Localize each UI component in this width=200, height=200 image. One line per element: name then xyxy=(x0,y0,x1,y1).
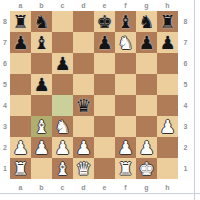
square-c7[interactable] xyxy=(52,32,73,53)
square-c6[interactable]: ♟ xyxy=(52,53,73,74)
square-d7[interactable] xyxy=(73,32,94,53)
square-g5[interactable] xyxy=(136,74,157,95)
square-h6[interactable] xyxy=(157,53,178,74)
piece-white-bishop[interactable]: ♝ xyxy=(52,158,73,179)
square-c4[interactable] xyxy=(52,95,73,116)
square-e1[interactable] xyxy=(94,158,115,179)
rank-label-left-3: 3 xyxy=(0,116,10,137)
square-h1[interactable] xyxy=(157,158,178,179)
square-d8[interactable] xyxy=(73,11,94,32)
rank-labels-left: 87654321 xyxy=(0,11,10,179)
square-f6[interactable] xyxy=(115,53,136,74)
square-f5[interactable] xyxy=(115,74,136,95)
chess-app-window: abcdefgh abcdefgh 87654321 87654321 ♜♞♚♝… xyxy=(0,0,200,200)
rank-label-left-6: 6 xyxy=(0,53,10,74)
square-g2[interactable]: ♟ xyxy=(136,137,157,158)
square-g3[interactable] xyxy=(136,116,157,137)
square-d6[interactable] xyxy=(73,53,94,74)
rank-label-left-1: 1 xyxy=(0,158,10,179)
file-label-top-f: f xyxy=(115,0,136,11)
piece-black-bishop[interactable]: ♝ xyxy=(31,32,52,53)
piece-black-king[interactable]: ♚ xyxy=(94,11,115,32)
file-label-top-g: g xyxy=(136,0,157,11)
piece-white-king[interactable]: ♚ xyxy=(136,158,157,179)
square-c3[interactable]: ♞ xyxy=(52,116,73,137)
panel-edge-bottom xyxy=(0,193,200,194)
file-labels-top: abcdefgh xyxy=(10,0,178,11)
square-f2[interactable]: ♟ xyxy=(115,137,136,158)
square-h7[interactable]: ♟ xyxy=(157,32,178,53)
square-c2[interactable]: ♟ xyxy=(52,137,73,158)
square-b3[interactable]: ♝ xyxy=(31,116,52,137)
rank-label-right-6: 6 xyxy=(179,53,192,74)
file-label-top-e: e xyxy=(94,0,115,11)
piece-white-pawn[interactable]: ♟ xyxy=(31,137,52,158)
rank-label-left-5: 5 xyxy=(0,74,10,95)
piece-black-pawn[interactable]: ♟ xyxy=(136,32,157,53)
square-f4[interactable] xyxy=(115,95,136,116)
square-c5[interactable] xyxy=(52,74,73,95)
square-a1[interactable]: ♜ xyxy=(10,158,31,179)
rank-label-right-4: 4 xyxy=(179,95,192,116)
rank-labels-right: 87654321 xyxy=(179,11,192,179)
square-b1[interactable] xyxy=(31,158,52,179)
square-a5[interactable] xyxy=(10,74,31,95)
piece-white-pawn[interactable]: ♟ xyxy=(115,137,136,158)
square-a2[interactable]: ♟ xyxy=(10,137,31,158)
square-b6[interactable] xyxy=(31,53,52,74)
piece-black-pawn[interactable]: ♟ xyxy=(157,32,178,53)
piece-white-bishop[interactable]: ♝ xyxy=(31,116,52,137)
piece-black-pawn[interactable]: ♟ xyxy=(10,32,31,53)
piece-black-bishop[interactable]: ♝ xyxy=(115,11,136,32)
square-e7[interactable]: ♟ xyxy=(94,32,115,53)
file-label-bottom-d: d xyxy=(73,181,94,193)
square-b8[interactable]: ♞ xyxy=(31,11,52,32)
square-e6[interactable] xyxy=(94,53,115,74)
piece-white-knight[interactable]: ♞ xyxy=(52,116,73,137)
rank-label-left-8: 8 xyxy=(0,11,10,32)
piece-white-rook[interactable]: ♜ xyxy=(115,158,136,179)
piece-black-pawn[interactable]: ♟ xyxy=(94,32,115,53)
file-label-bottom-a: a xyxy=(10,181,31,193)
piece-white-queen[interactable]: ♛ xyxy=(73,158,94,179)
file-label-top-d: d xyxy=(73,0,94,11)
piece-white-rook[interactable]: ♜ xyxy=(10,158,31,179)
piece-white-pawn[interactable]: ♟ xyxy=(136,137,157,158)
square-e3[interactable] xyxy=(94,116,115,137)
file-label-bottom-h: h xyxy=(157,181,178,193)
square-h8[interactable]: ♜ xyxy=(157,11,178,32)
rank-label-left-4: 4 xyxy=(0,95,10,116)
piece-black-pawn[interactable]: ♟ xyxy=(31,74,52,95)
square-d1[interactable]: ♛ xyxy=(73,158,94,179)
panel-edge-right xyxy=(194,0,195,200)
square-h4[interactable] xyxy=(157,95,178,116)
square-e8[interactable]: ♚ xyxy=(94,11,115,32)
square-g6[interactable] xyxy=(136,53,157,74)
piece-white-pawn[interactable]: ♟ xyxy=(10,137,31,158)
piece-white-knight[interactable]: ♞ xyxy=(115,32,136,53)
square-b5[interactable]: ♟ xyxy=(31,74,52,95)
square-e5[interactable] xyxy=(94,74,115,95)
file-label-bottom-f: f xyxy=(115,181,136,193)
file-labels-bottom: abcdefgh xyxy=(10,181,178,193)
square-g4[interactable] xyxy=(136,95,157,116)
rank-label-left-7: 7 xyxy=(0,32,10,53)
square-e4[interactable] xyxy=(94,95,115,116)
piece-white-pawn[interactable]: ♟ xyxy=(73,137,94,158)
chess-board: ♜♞♚♝♞♜♟♝♟♞♟♟♟♟♛♝♞♟♟♟♟♟♟♟♜♝♛♜♚ xyxy=(10,11,178,179)
piece-black-knight[interactable]: ♞ xyxy=(136,11,157,32)
square-b7[interactable]: ♝ xyxy=(31,32,52,53)
piece-black-rook[interactable]: ♜ xyxy=(157,11,178,32)
square-f3[interactable] xyxy=(115,116,136,137)
square-d3[interactable] xyxy=(73,116,94,137)
piece-black-rook[interactable]: ♜ xyxy=(10,11,31,32)
piece-black-knight[interactable]: ♞ xyxy=(31,11,52,32)
rank-label-right-5: 5 xyxy=(179,74,192,95)
square-b4[interactable] xyxy=(31,95,52,116)
rank-label-left-2: 2 xyxy=(0,137,10,158)
file-label-bottom-g: g xyxy=(136,181,157,193)
square-d4[interactable]: ♛ xyxy=(73,95,94,116)
square-d2[interactable]: ♟ xyxy=(73,137,94,158)
piece-white-pawn[interactable]: ♟ xyxy=(52,137,73,158)
rank-label-right-7: 7 xyxy=(179,32,192,53)
square-a7[interactable]: ♟ xyxy=(10,32,31,53)
square-c1[interactable]: ♝ xyxy=(52,158,73,179)
square-f1[interactable]: ♜ xyxy=(115,158,136,179)
file-label-top-a: a xyxy=(10,0,31,11)
square-a8[interactable]: ♜ xyxy=(10,11,31,32)
piece-black-queen[interactable]: ♛ xyxy=(73,95,94,116)
square-e2[interactable] xyxy=(94,137,115,158)
square-a4[interactable] xyxy=(10,95,31,116)
square-h5[interactable] xyxy=(157,74,178,95)
square-h3[interactable]: ♟ xyxy=(157,116,178,137)
file-label-top-c: c xyxy=(52,0,73,11)
rank-label-right-2: 2 xyxy=(179,137,192,158)
rank-label-right-1: 1 xyxy=(179,158,192,179)
file-label-bottom-c: c xyxy=(52,181,73,193)
piece-white-pawn[interactable]: ♟ xyxy=(157,116,178,137)
piece-black-pawn[interactable]: ♟ xyxy=(52,53,73,74)
square-a3[interactable] xyxy=(10,116,31,137)
square-b2[interactable]: ♟ xyxy=(31,137,52,158)
square-f7[interactable]: ♞ xyxy=(115,32,136,53)
square-f8[interactable]: ♝ xyxy=(115,11,136,32)
square-g1[interactable]: ♚ xyxy=(136,158,157,179)
square-c8[interactable] xyxy=(52,11,73,32)
rank-label-right-8: 8 xyxy=(179,11,192,32)
file-label-top-b: b xyxy=(31,0,52,11)
square-g8[interactable]: ♞ xyxy=(136,11,157,32)
square-h2[interactable] xyxy=(157,137,178,158)
file-label-bottom-b: b xyxy=(31,181,52,193)
file-label-top-h: h xyxy=(157,0,178,11)
square-g7[interactable]: ♟ xyxy=(136,32,157,53)
square-d5[interactable] xyxy=(73,74,94,95)
file-label-bottom-e: e xyxy=(94,181,115,193)
square-a6[interactable] xyxy=(10,53,31,74)
rank-label-right-3: 3 xyxy=(179,116,192,137)
